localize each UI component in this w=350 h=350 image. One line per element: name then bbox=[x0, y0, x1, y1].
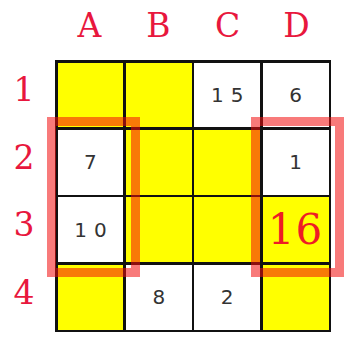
column-label-d: D bbox=[262, 4, 331, 48]
cell-B4[interactable]: 8 bbox=[126, 265, 192, 330]
cell-B1[interactable] bbox=[126, 63, 192, 128]
row-label-3: 3 bbox=[0, 191, 48, 259]
cell-D2[interactable]: 1 bbox=[263, 130, 329, 195]
cell-A1[interactable] bbox=[58, 63, 124, 128]
row-label-2: 2 bbox=[0, 124, 48, 192]
cell-C1[interactable]: 15 bbox=[194, 63, 260, 128]
row-labels: 1 2 3 4 bbox=[0, 56, 48, 326]
row-label-1: 1 bbox=[0, 56, 48, 124]
cell-A2[interactable]: 7 bbox=[58, 130, 124, 195]
column-label-b: B bbox=[124, 4, 193, 48]
cell-B3[interactable] bbox=[126, 197, 192, 262]
cell-A4[interactable] bbox=[58, 265, 124, 330]
column-label-a: A bbox=[55, 4, 124, 48]
row-label-4: 4 bbox=[0, 259, 48, 327]
cell-C4[interactable]: 2 bbox=[194, 265, 260, 330]
cell-A3[interactable]: 10 bbox=[58, 197, 124, 262]
cell-C3[interactable] bbox=[194, 197, 260, 262]
cell-D1[interactable]: 6 bbox=[263, 63, 329, 128]
cell-D3[interactable]: 16 bbox=[263, 197, 329, 262]
column-label-c: C bbox=[193, 4, 262, 48]
cell-C2[interactable] bbox=[194, 130, 260, 195]
cell-D4[interactable] bbox=[263, 265, 329, 330]
puzzle-grid: 15 6 7 1 10 16 8 2 bbox=[55, 60, 331, 332]
column-labels: A B C D bbox=[55, 4, 331, 48]
cell-B2[interactable] bbox=[126, 130, 192, 195]
